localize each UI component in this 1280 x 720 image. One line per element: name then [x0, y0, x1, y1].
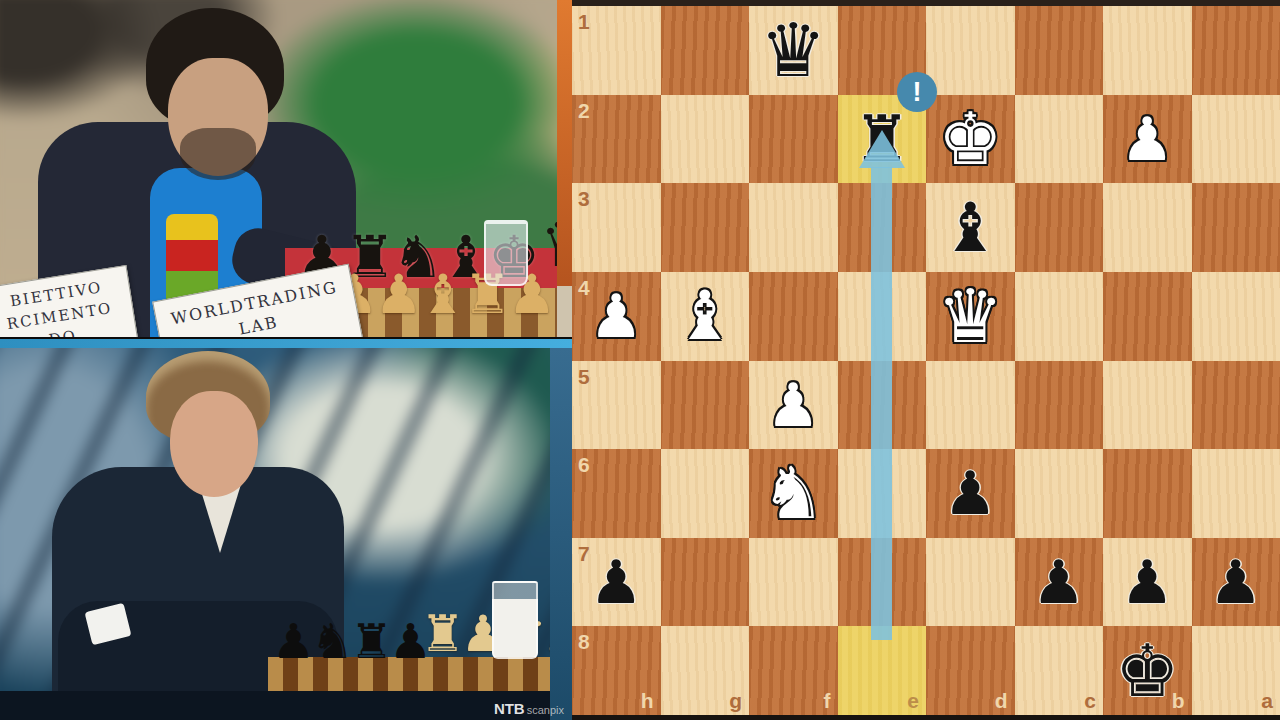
square-b2[interactable]: ♟ [1103, 95, 1192, 184]
square-a5[interactable] [1192, 361, 1280, 450]
square-d3[interactable]: ♝ [926, 183, 1015, 272]
square-b6[interactable] [1103, 449, 1192, 538]
square-c8[interactable]: c [1015, 626, 1104, 715]
square-b5[interactable] [1103, 361, 1192, 450]
square-c1[interactable] [1015, 6, 1104, 95]
square-h3[interactable]: 3 [572, 183, 661, 272]
square-d2[interactable]: ♚ [926, 95, 1015, 184]
file-label-h: h [641, 690, 654, 711]
square-c7[interactable]: ♟ [1015, 538, 1104, 627]
square-c6[interactable] [1015, 449, 1104, 538]
square-c2[interactable] [1015, 95, 1104, 184]
square-h5[interactable]: 5 [572, 361, 661, 450]
player-beard [180, 128, 256, 180]
square-d6[interactable]: ♟ [926, 449, 1015, 538]
square-h2[interactable]: 2 [572, 95, 661, 184]
square-h7[interactable]: 7♟ [572, 538, 661, 627]
piece-black-pawn-b7[interactable]: ♟ [1120, 552, 1174, 612]
square-d5[interactable] [926, 361, 1015, 450]
square-g6[interactable] [661, 449, 750, 538]
square-f7[interactable] [749, 538, 838, 627]
square-g1[interactable] [661, 6, 750, 95]
square-d8[interactable]: d [926, 626, 1015, 715]
file-label-g: g [729, 690, 742, 711]
rank-label-6: 6 [578, 454, 590, 475]
piece-black-bishop-d3[interactable]: ♝ [940, 194, 1001, 262]
square-d4[interactable]: ♛ [926, 272, 1015, 361]
square-c5[interactable] [1015, 361, 1104, 450]
photo-bottom-player: ♟♞♜♟ ♜♟♛♟♜ NTBscanpix [0, 339, 572, 720]
square-f5[interactable]: ♟ [749, 361, 838, 450]
square-b8[interactable]: b♚ [1103, 626, 1192, 715]
beige-wall-strip [557, 286, 572, 337]
square-h6[interactable]: 6 [572, 449, 661, 538]
rank-label-1: 1 [578, 11, 590, 32]
piece-white-bishop-g4[interactable]: ♝ [674, 282, 735, 350]
square-f6[interactable]: ♞ [749, 449, 838, 538]
square-g3[interactable] [661, 183, 750, 272]
dark-table-foreground [0, 691, 572, 720]
rank-label-3: 3 [578, 188, 590, 209]
rank-label-8: 8 [578, 631, 590, 652]
square-d1[interactable] [926, 6, 1015, 95]
blue-window-column [550, 348, 572, 720]
piece-black-king-b8[interactable]: ♚ [1115, 635, 1180, 707]
square-g7[interactable] [661, 538, 750, 627]
square-a2[interactable] [1192, 95, 1280, 184]
piece-white-pawn-h4[interactable]: ♟ [589, 286, 643, 346]
square-a7[interactable]: ♟ [1192, 538, 1280, 627]
file-label-d: d [995, 690, 1008, 711]
glass-of-milk [492, 581, 538, 659]
file-label-c: c [1084, 690, 1096, 711]
square-f3[interactable] [749, 183, 838, 272]
square-h4[interactable]: 4♟ [572, 272, 661, 361]
player-face [170, 391, 258, 497]
file-label-e: e [907, 690, 919, 711]
watermark: NTBscanpix [494, 700, 564, 717]
orange-wall-strip [557, 0, 572, 286]
piece-white-queen-d4[interactable]: ♛ [937, 279, 1003, 353]
square-a4[interactable] [1192, 272, 1280, 361]
square-b3[interactable] [1103, 183, 1192, 272]
rank-label-4: 4 [578, 277, 590, 298]
square-h8[interactable]: 8h [572, 626, 661, 715]
piece-white-king-d2[interactable]: ♚ [938, 103, 1003, 175]
square-f2[interactable] [749, 95, 838, 184]
watermark-small: scanpix [527, 704, 564, 716]
bottom-letterbox [572, 715, 1280, 720]
square-g5[interactable] [661, 361, 750, 450]
rank-label-7: 7 [578, 543, 590, 564]
square-c4[interactable] [1015, 272, 1104, 361]
square-h1[interactable]: 1 [572, 6, 661, 95]
square-g4[interactable]: ♝ [661, 272, 750, 361]
piece-white-pawn-f5[interactable]: ♟ [766, 375, 820, 435]
square-b4[interactable] [1103, 272, 1192, 361]
file-label-f: f [824, 690, 831, 711]
rank-label-5: 5 [578, 366, 590, 387]
rank-label-2: 2 [578, 100, 590, 121]
square-a3[interactable] [1192, 183, 1280, 272]
square-a1[interactable] [1192, 6, 1280, 95]
piece-black-pawn-d6[interactable]: ♟ [943, 463, 997, 523]
piece-black-pawn-a7[interactable]: ♟ [1209, 552, 1263, 612]
piece-black-queen-f1[interactable]: ♛ [760, 13, 826, 87]
good-move-badge: ! [897, 72, 937, 112]
square-b1[interactable] [1103, 6, 1192, 95]
square-g2[interactable] [661, 95, 750, 184]
square-f1[interactable]: ♛ [749, 6, 838, 95]
piece-white-pawn-b2[interactable]: ♟ [1120, 109, 1174, 169]
square-f4[interactable] [749, 272, 838, 361]
move-arrow-line [871, 167, 892, 640]
watermark-bold: NTB [494, 700, 525, 717]
water-cup [484, 220, 528, 286]
piece-black-pawn-c7[interactable]: ♟ [1032, 552, 1086, 612]
square-g8[interactable]: g [661, 626, 750, 715]
move-arrow-head [859, 130, 905, 168]
file-label-a: a [1261, 690, 1273, 711]
blue-glass-strip [0, 339, 572, 348]
square-f8[interactable]: f [749, 626, 838, 715]
black-chess-pieces: ♟♞♜♟ [272, 617, 428, 665]
square-a8[interactable]: a [1192, 626, 1280, 715]
piece-black-pawn-h7[interactable]: ♟ [589, 552, 643, 612]
square-c3[interactable] [1015, 183, 1104, 272]
chess-board: 1♛2♜♚♟3♝4♟♝♛5♟6♞♟7♟♟♟♟8hgfedcb♚a [572, 6, 1280, 715]
square-d7[interactable] [926, 538, 1015, 627]
piece-white-knight-f6[interactable]: ♞ [761, 457, 826, 529]
square-b7[interactable]: ♟ [1103, 538, 1192, 627]
video-frame: ♟♜♞♝♚ ♛ ♟♟♝♜♟ BIETTIVO RCIMENTO DO WORLD… [0, 0, 1280, 720]
square-a6[interactable] [1192, 449, 1280, 538]
photo-top-player: ♟♜♞♝♚ ♛ ♟♟♝♜♟ BIETTIVO RCIMENTO DO WORLD… [0, 0, 572, 337]
